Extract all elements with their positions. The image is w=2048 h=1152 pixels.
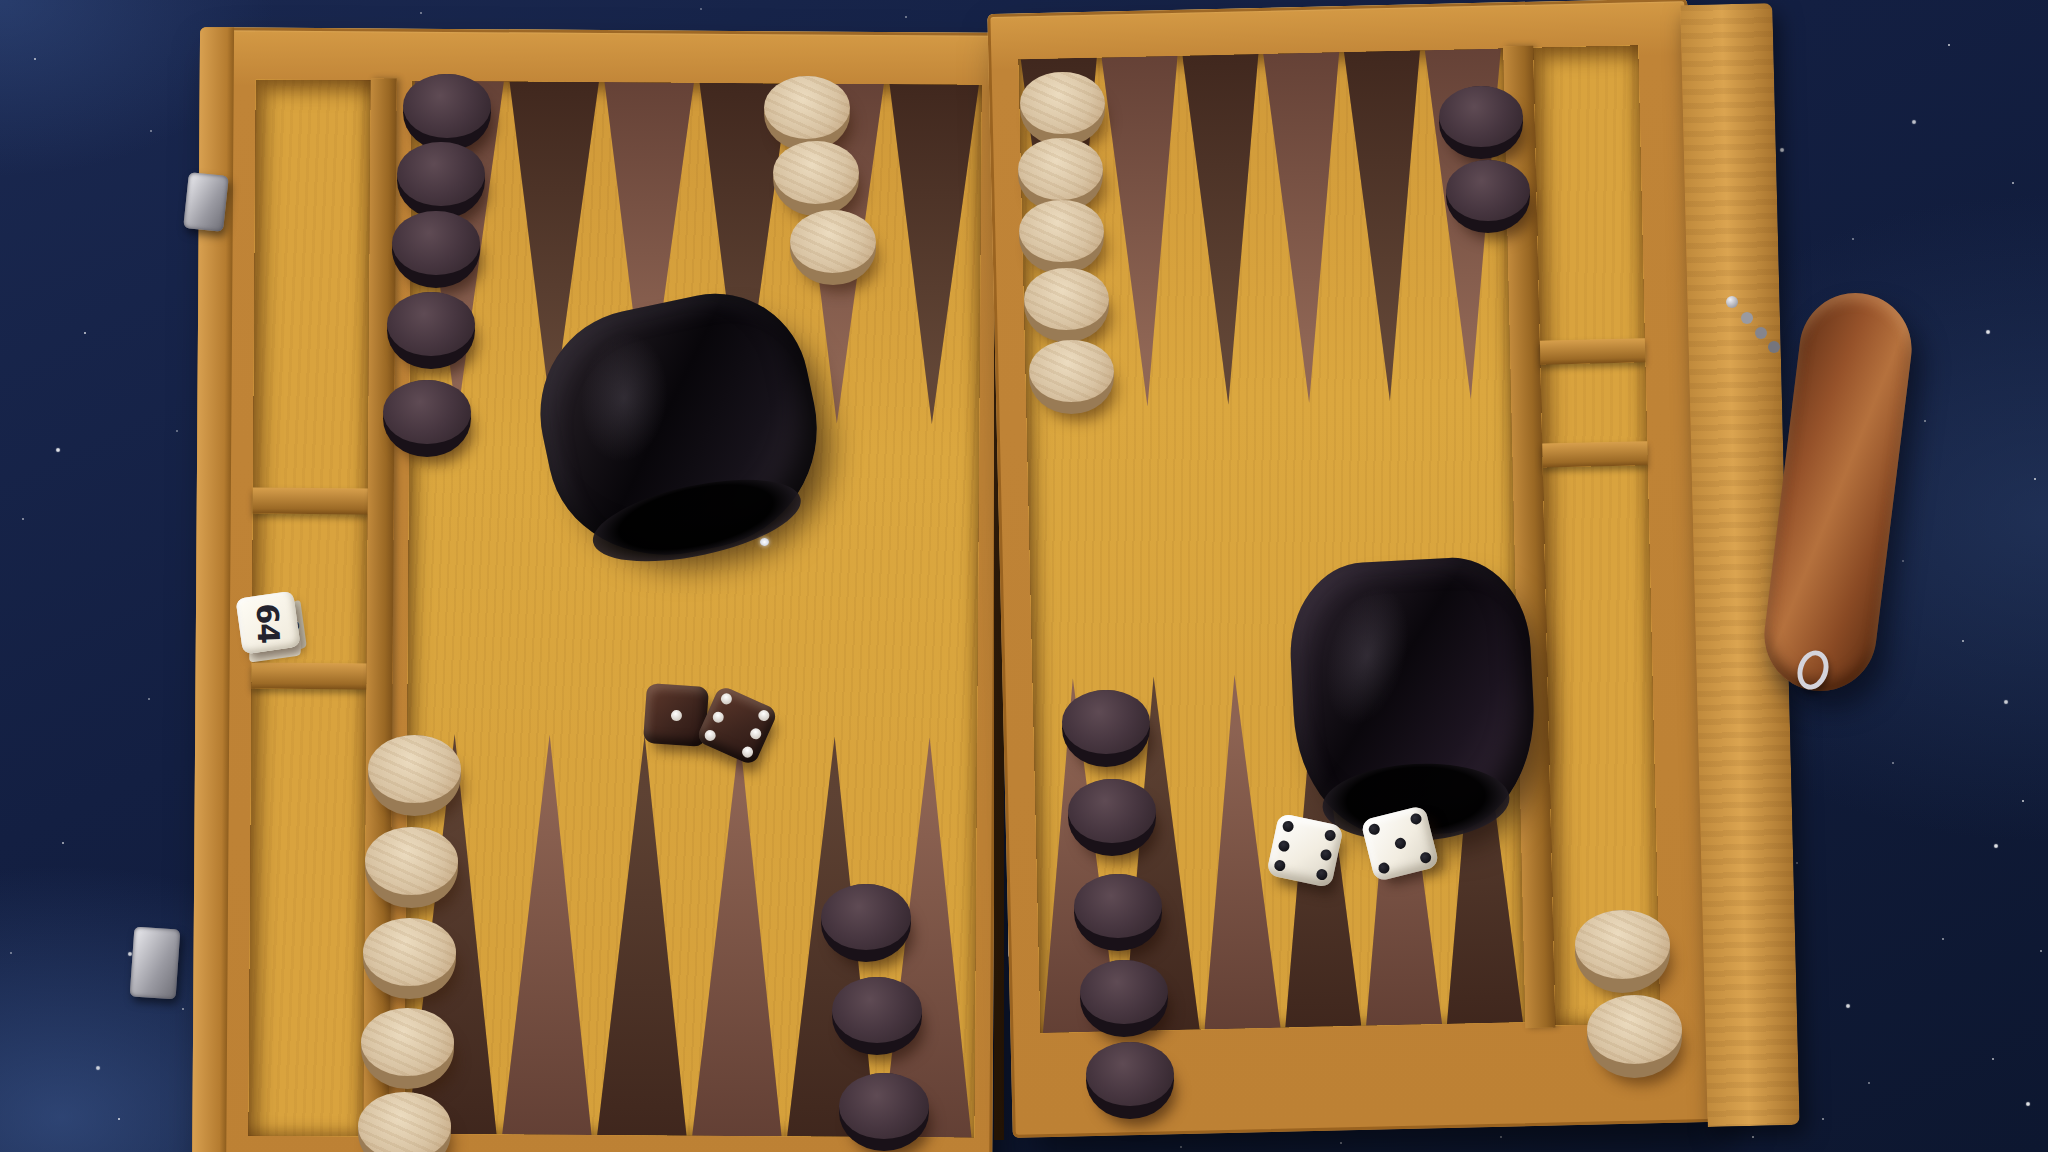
checker-light[interactable] [1024, 268, 1109, 342]
die-pip [740, 744, 755, 759]
dice-cup-right[interactable] [1286, 554, 1540, 841]
checker-light[interactable] [368, 735, 461, 816]
checker-light[interactable] [790, 210, 876, 285]
die-pip [1282, 820, 1295, 833]
checker-light[interactable] [764, 76, 850, 151]
die-pip [1409, 812, 1422, 825]
checker-dark[interactable] [397, 142, 485, 219]
checker-light[interactable] [1029, 340, 1114, 414]
checker-dark[interactable] [403, 74, 491, 151]
die-white-1[interactable] [1266, 813, 1344, 888]
checker-dark[interactable] [1074, 874, 1162, 951]
checker-light[interactable] [1020, 72, 1105, 146]
die-pip [703, 728, 718, 743]
die-pip [670, 709, 682, 721]
checker-light[interactable] [361, 1008, 454, 1089]
die-pip [1315, 868, 1328, 881]
dice-cup-left[interactable] [521, 276, 839, 577]
checker-dark[interactable] [383, 380, 471, 457]
reflection-speck [760, 538, 769, 546]
checker-light[interactable] [365, 827, 458, 908]
doubling-cube-top-face: 64 [235, 591, 300, 655]
checker-dark[interactable] [1068, 779, 1156, 856]
checker-dark[interactable] [821, 884, 911, 962]
checker-dark[interactable] [1062, 690, 1150, 767]
die-pip [748, 727, 763, 742]
checker-dark[interactable] [839, 1073, 929, 1151]
die-pip [1274, 859, 1287, 872]
die-pip [756, 709, 771, 724]
doubling-cube[interactable]: 8 64 [235, 590, 310, 669]
die-pip [1319, 848, 1332, 861]
checker-light[interactable] [1019, 200, 1104, 274]
die-pip [719, 692, 734, 707]
die-pip [711, 710, 726, 725]
die-pip [1393, 837, 1406, 850]
die-pip [1368, 822, 1381, 835]
checker-dark[interactable] [1446, 160, 1530, 233]
backgammon-photo-scene: 8 64 [0, 0, 2048, 1152]
die-pip [1378, 862, 1391, 875]
checker-light[interactable] [1575, 910, 1670, 993]
checker-dark[interactable] [1086, 1042, 1174, 1119]
die-pip [1419, 851, 1432, 864]
die-pip [1278, 840, 1291, 853]
checker-dark[interactable] [1439, 86, 1523, 159]
checker-light[interactable] [773, 141, 859, 216]
checker-light[interactable] [358, 1092, 451, 1152]
pieces-layer: 8 64 [0, 0, 2048, 1152]
checker-dark[interactable] [1080, 960, 1168, 1037]
checker-light[interactable] [1587, 995, 1682, 1078]
checker-dark[interactable] [392, 211, 480, 288]
die-pip [1323, 829, 1336, 842]
checker-dark[interactable] [387, 292, 475, 369]
checker-dark[interactable] [832, 977, 922, 1055]
checker-light[interactable] [363, 918, 456, 999]
